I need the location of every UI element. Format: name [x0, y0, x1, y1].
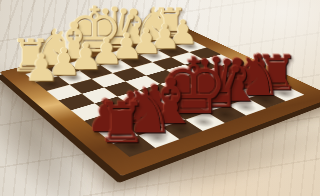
piece-red-rook[interactable]: ♜ [78, 94, 166, 150]
scene-3d: ♜♟♟♜♞♟♟♞♝♟♟♝♛♟♟♛♚♟♟♚♝♟♟♝♞♟♟♞♜♟♟♜ [0, 0, 320, 196]
square-h8[interactable]: ♜ [113, 136, 155, 157]
chess-set-photo: ♜♟♟♜♞♟♟♞♝♟♟♝♛♟♟♛♚♟♟♚♝♟♟♝♞♟♟♞♜♟♟♜ [0, 0, 320, 196]
board-grid: ♜♟♟♜♞♟♟♞♝♟♟♝♛♟♟♛♚♟♟♚♝♟♟♝♞♟♟♞♜♟♟♜ [25, 35, 304, 157]
square-h2[interactable]: ♟ [36, 76, 70, 91]
chess-board[interactable]: ♜♟♟♜♞♟♟♞♝♟♟♝♛♟♟♛♚♟♟♚♝♟♟♝♞♟♟♞♜♟♟♜ [0, 27, 320, 176]
piece-white-pawn[interactable]: ♟ [5, 48, 78, 86]
